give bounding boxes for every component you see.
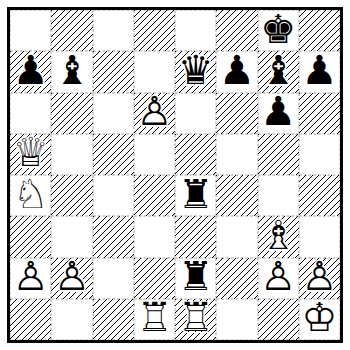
- white-queen-icon: ♕: [13, 133, 49, 173]
- white-pawn-icon: ♙: [13, 257, 49, 297]
- square-d4[interactable]: [134, 175, 175, 216]
- square-h8[interactable]: [299, 10, 340, 51]
- square-b8[interactable]: [51, 10, 92, 51]
- white-bishop-halo: ♝: [260, 215, 296, 255]
- square-e1[interactable]: ♜♖: [175, 299, 216, 340]
- square-g8[interactable]: ♚♚: [258, 10, 299, 51]
- square-e8[interactable]: [175, 10, 216, 51]
- white-pawn-halo: ♟: [54, 257, 90, 297]
- white-pawn-halo: ♟: [260, 257, 296, 297]
- black-pawn-icon: ♟: [301, 50, 337, 90]
- black-pawn-icon: ♟: [219, 50, 255, 90]
- square-g3[interactable]: ♝♗: [258, 216, 299, 257]
- white-rook-halo: ♜: [136, 298, 172, 338]
- square-b7[interactable]: ♝♝: [51, 51, 92, 92]
- black-bishop-icon: ♝: [260, 50, 296, 90]
- white-knight-icon: ♘: [13, 174, 49, 214]
- black-rook-icon: ♜: [178, 174, 214, 214]
- square-h7[interactable]: ♟♟: [299, 51, 340, 92]
- square-h5[interactable]: [299, 134, 340, 175]
- white-pawn-halo: ♟: [136, 92, 172, 132]
- square-b2[interactable]: ♟♙: [51, 258, 92, 299]
- square-e5[interactable]: [175, 134, 216, 175]
- white-king-icon: ♔: [301, 298, 337, 338]
- square-d8[interactable]: [134, 10, 175, 51]
- square-a8[interactable]: [10, 10, 51, 51]
- square-d6[interactable]: ♟♙: [134, 93, 175, 134]
- black-king-halo: ♚: [260, 9, 296, 49]
- black-bishop-halo: ♝: [260, 50, 296, 90]
- square-d7[interactable]: [134, 51, 175, 92]
- white-pawn-icon: ♙: [260, 257, 296, 297]
- square-c1[interactable]: [93, 299, 134, 340]
- square-b6[interactable]: [51, 93, 92, 134]
- square-g6[interactable]: ♟♟: [258, 93, 299, 134]
- square-c6[interactable]: [93, 93, 134, 134]
- black-pawn-halo: ♟: [219, 50, 255, 90]
- white-pawn-icon: ♙: [54, 257, 90, 297]
- square-a5[interactable]: ♛♕: [10, 134, 51, 175]
- white-pawn-icon: ♙: [136, 92, 172, 132]
- black-bishop-halo: ♝: [54, 50, 90, 90]
- white-rook-halo: ♜: [178, 298, 214, 338]
- black-rook-halo: ♜: [178, 174, 214, 214]
- square-a4[interactable]: ♞♘: [10, 175, 51, 216]
- square-e3[interactable]: [175, 216, 216, 257]
- square-g7[interactable]: ♝♝: [258, 51, 299, 92]
- square-d2[interactable]: [134, 258, 175, 299]
- square-f8[interactable]: [216, 10, 257, 51]
- square-a2[interactable]: ♟♙: [10, 258, 51, 299]
- square-f1[interactable]: [216, 299, 257, 340]
- square-f6[interactable]: [216, 93, 257, 134]
- square-e2[interactable]: ♜♜: [175, 258, 216, 299]
- white-rook-icon: ♖: [178, 298, 214, 338]
- black-pawn-icon: ♟: [260, 92, 296, 132]
- square-e4[interactable]: ♜♜: [175, 175, 216, 216]
- square-c7[interactable]: [93, 51, 134, 92]
- square-c5[interactable]: [93, 134, 134, 175]
- square-d1[interactable]: ♜♖: [134, 299, 175, 340]
- square-b5[interactable]: [51, 134, 92, 175]
- square-f2[interactable]: [216, 258, 257, 299]
- square-g4[interactable]: [258, 175, 299, 216]
- white-rook-icon: ♖: [136, 298, 172, 338]
- square-b4[interactable]: [51, 175, 92, 216]
- black-pawn-icon: ♟: [13, 50, 49, 90]
- white-queen-halo: ♛: [13, 133, 49, 173]
- white-bishop-icon: ♗: [260, 215, 296, 255]
- square-b1[interactable]: [51, 299, 92, 340]
- square-f3[interactable]: [216, 216, 257, 257]
- square-f7[interactable]: ♟♟: [216, 51, 257, 92]
- square-f5[interactable]: [216, 134, 257, 175]
- white-pawn-halo: ♟: [301, 257, 337, 297]
- square-b3[interactable]: [51, 216, 92, 257]
- square-h3[interactable]: [299, 216, 340, 257]
- black-queen-halo: ♛: [178, 50, 214, 90]
- square-c2[interactable]: [93, 258, 134, 299]
- white-pawn-icon: ♙: [301, 257, 337, 297]
- square-c3[interactable]: [93, 216, 134, 257]
- square-a3[interactable]: [10, 216, 51, 257]
- square-d3[interactable]: [134, 216, 175, 257]
- square-d5[interactable]: [134, 134, 175, 175]
- black-rook-halo: ♜: [178, 257, 214, 297]
- square-h1[interactable]: ♚♔: [299, 299, 340, 340]
- white-king-halo: ♚: [301, 298, 337, 338]
- square-c4[interactable]: [93, 175, 134, 216]
- black-rook-icon: ♜: [178, 257, 214, 297]
- black-king-icon: ♚: [260, 9, 296, 49]
- square-h6[interactable]: [299, 93, 340, 134]
- square-e7[interactable]: ♛♛: [175, 51, 216, 92]
- square-h2[interactable]: ♟♙: [299, 258, 340, 299]
- chess-diagram: ♚♚♟♟♝♝♛♛♟♟♝♝♟♟♟♙♟♟♛♕♞♘♜♜♝♗♟♙♟♙♜♜♟♙♟♙♜♖♜♖…: [7, 7, 343, 343]
- white-knight-halo: ♞: [13, 174, 49, 214]
- white-pawn-halo: ♟: [13, 257, 49, 297]
- square-c8[interactable]: [93, 10, 134, 51]
- board-grid: ♚♚♟♟♝♝♛♛♟♟♝♝♟♟♟♙♟♟♛♕♞♘♜♜♝♗♟♙♟♙♜♜♟♙♟♙♜♖♜♖…: [10, 10, 340, 340]
- square-a7[interactable]: ♟♟: [10, 51, 51, 92]
- square-g2[interactable]: ♟♙: [258, 258, 299, 299]
- square-a6[interactable]: [10, 93, 51, 134]
- square-f4[interactable]: [216, 175, 257, 216]
- square-h4[interactable]: [299, 175, 340, 216]
- square-e6[interactable]: [175, 93, 216, 134]
- black-pawn-halo: ♟: [301, 50, 337, 90]
- black-pawn-halo: ♟: [260, 92, 296, 132]
- black-bishop-icon: ♝: [54, 50, 90, 90]
- square-g5[interactable]: [258, 134, 299, 175]
- square-g1[interactable]: [258, 299, 299, 340]
- square-a1[interactable]: [10, 299, 51, 340]
- black-pawn-halo: ♟: [13, 50, 49, 90]
- black-queen-icon: ♛: [178, 50, 214, 90]
